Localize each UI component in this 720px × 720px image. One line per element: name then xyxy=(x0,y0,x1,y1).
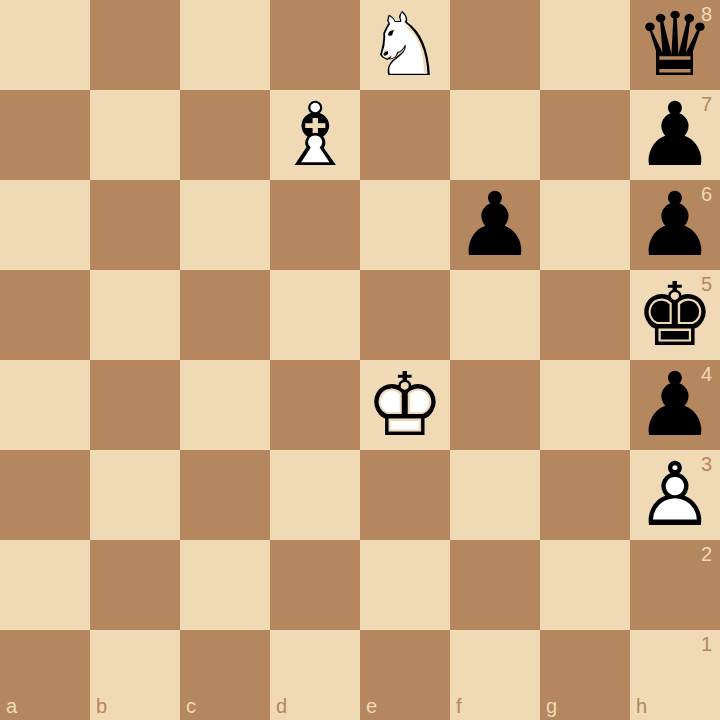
square-h4[interactable]: 4♟ xyxy=(630,360,720,450)
coord-rank-1: 1 xyxy=(701,633,712,656)
square-b6[interactable] xyxy=(90,180,180,270)
coord-rank-2: 2 xyxy=(701,543,712,566)
square-f1[interactable]: f xyxy=(450,630,540,720)
black-pawn-icon: ♟ xyxy=(630,360,720,450)
black-pawn-h4[interactable]: ♟ xyxy=(630,360,720,450)
coord-file-a: a xyxy=(6,695,17,718)
white-bishop-d7[interactable]: ♝♗ xyxy=(270,90,360,180)
square-c3[interactable] xyxy=(180,450,270,540)
square-e3[interactable] xyxy=(360,450,450,540)
square-f6[interactable]: ♟ xyxy=(450,180,540,270)
coord-file-c: c xyxy=(186,695,196,718)
square-e8[interactable]: ♞♘ xyxy=(360,0,450,90)
square-e5[interactable] xyxy=(360,270,450,360)
square-c4[interactable] xyxy=(180,360,270,450)
square-d4[interactable] xyxy=(270,360,360,450)
square-b3[interactable] xyxy=(90,450,180,540)
square-e4[interactable]: ♚♔ xyxy=(360,360,450,450)
square-b7[interactable] xyxy=(90,90,180,180)
square-g1[interactable]: g xyxy=(540,630,630,720)
coord-file-h: h xyxy=(636,695,647,718)
black-pawn-icon: ♟ xyxy=(630,180,720,270)
square-c5[interactable] xyxy=(180,270,270,360)
square-b8[interactable] xyxy=(90,0,180,90)
white-knight-icon: ♘ xyxy=(360,0,450,90)
white-bishop-icon: ♗ xyxy=(270,90,360,180)
square-b1[interactable]: b xyxy=(90,630,180,720)
square-a3[interactable] xyxy=(0,450,90,540)
square-e1[interactable]: e xyxy=(360,630,450,720)
square-g8[interactable] xyxy=(540,0,630,90)
black-pawn-f6[interactable]: ♟ xyxy=(450,180,540,270)
coord-file-d: d xyxy=(276,695,287,718)
square-f5[interactable] xyxy=(450,270,540,360)
white-knight-e8[interactable]: ♞♘ xyxy=(360,0,450,90)
square-h3[interactable]: 3♟♙ xyxy=(630,450,720,540)
square-a5[interactable] xyxy=(0,270,90,360)
square-e2[interactable] xyxy=(360,540,450,630)
square-h2[interactable]: 2 xyxy=(630,540,720,630)
square-d3[interactable] xyxy=(270,450,360,540)
square-d2[interactable] xyxy=(270,540,360,630)
square-d8[interactable] xyxy=(270,0,360,90)
black-pawn-h6[interactable]: ♟ xyxy=(630,180,720,270)
square-d5[interactable] xyxy=(270,270,360,360)
square-f2[interactable] xyxy=(450,540,540,630)
square-h1[interactable]: 1h xyxy=(630,630,720,720)
square-b4[interactable] xyxy=(90,360,180,450)
black-pawn-icon: ♟ xyxy=(450,180,540,270)
square-a8[interactable] xyxy=(0,0,90,90)
square-h5[interactable]: 5♚ xyxy=(630,270,720,360)
square-c1[interactable]: c xyxy=(180,630,270,720)
square-c7[interactable] xyxy=(180,90,270,180)
square-g2[interactable] xyxy=(540,540,630,630)
square-a2[interactable] xyxy=(0,540,90,630)
square-d7[interactable]: ♝♗ xyxy=(270,90,360,180)
square-a1[interactable]: a xyxy=(0,630,90,720)
square-b2[interactable] xyxy=(90,540,180,630)
square-f7[interactable] xyxy=(450,90,540,180)
square-g7[interactable] xyxy=(540,90,630,180)
white-king-e4[interactable]: ♚♔ xyxy=(360,360,450,450)
white-pawn-icon: ♙ xyxy=(630,450,720,540)
square-g4[interactable] xyxy=(540,360,630,450)
chess-board: ♞♘8♛♝♗7♟♟6♟5♚♚♔4♟3♟♙2abcdefg1h xyxy=(0,0,720,720)
square-e7[interactable] xyxy=(360,90,450,180)
coord-file-f: f xyxy=(456,695,462,718)
coord-file-e: e xyxy=(366,695,377,718)
black-queen-icon: ♛ xyxy=(630,0,720,90)
square-a4[interactable] xyxy=(0,360,90,450)
square-d1[interactable]: d xyxy=(270,630,360,720)
square-c2[interactable] xyxy=(180,540,270,630)
square-h6[interactable]: 6♟ xyxy=(630,180,720,270)
square-f4[interactable] xyxy=(450,360,540,450)
square-h8[interactable]: 8♛ xyxy=(630,0,720,90)
square-g5[interactable] xyxy=(540,270,630,360)
square-c8[interactable] xyxy=(180,0,270,90)
square-b5[interactable] xyxy=(90,270,180,360)
black-king-icon: ♚ xyxy=(630,270,720,360)
square-e6[interactable] xyxy=(360,180,450,270)
square-a7[interactable] xyxy=(0,90,90,180)
square-d6[interactable] xyxy=(270,180,360,270)
white-king-icon: ♔ xyxy=(360,360,450,450)
square-h7[interactable]: 7♟ xyxy=(630,90,720,180)
square-f8[interactable] xyxy=(450,0,540,90)
coord-file-g: g xyxy=(546,695,557,718)
square-g6[interactable] xyxy=(540,180,630,270)
black-pawn-h7[interactable]: ♟ xyxy=(630,90,720,180)
coord-file-b: b xyxy=(96,695,107,718)
square-f3[interactable] xyxy=(450,450,540,540)
black-queen-h8[interactable]: ♛ xyxy=(630,0,720,90)
square-a6[interactable] xyxy=(0,180,90,270)
square-c6[interactable] xyxy=(180,180,270,270)
square-g3[interactable] xyxy=(540,450,630,540)
black-king-h5[interactable]: ♚ xyxy=(630,270,720,360)
black-pawn-icon: ♟ xyxy=(630,90,720,180)
white-pawn-h3[interactable]: ♟♙ xyxy=(630,450,720,540)
